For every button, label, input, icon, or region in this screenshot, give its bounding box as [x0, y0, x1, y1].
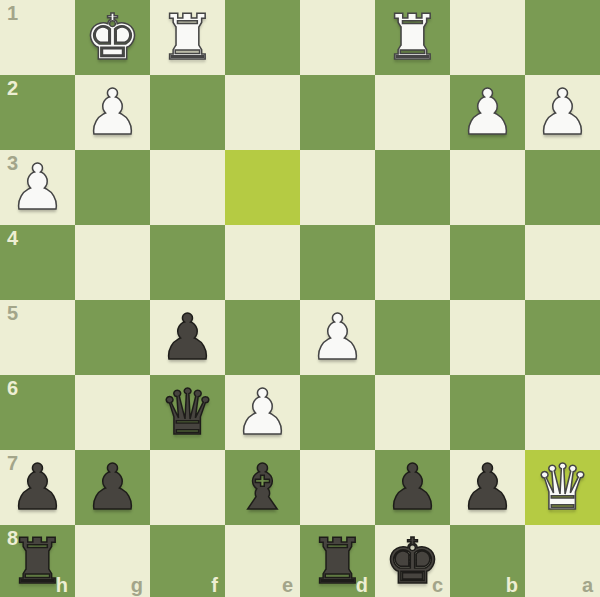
- black-rook[interactable]: ♜: [0, 525, 75, 597]
- square-b2[interactable]: ♟: [450, 75, 525, 150]
- square-f1[interactable]: ♜: [150, 0, 225, 75]
- square-f6[interactable]: ♛: [150, 375, 225, 450]
- square-b3[interactable]: [450, 150, 525, 225]
- square-d2[interactable]: [300, 75, 375, 150]
- square-g5[interactable]: [75, 300, 150, 375]
- rank-label-5: 5: [7, 302, 18, 324]
- square-g4[interactable]: [75, 225, 150, 300]
- square-c6[interactable]: [375, 375, 450, 450]
- black-queen[interactable]: ♛: [150, 375, 225, 450]
- square-c2[interactable]: [375, 75, 450, 150]
- square-b4[interactable]: [450, 225, 525, 300]
- square-c8[interactable]: c♚: [375, 525, 450, 597]
- square-g7[interactable]: ♟: [75, 450, 150, 525]
- white-pawn[interactable]: ♟: [300, 300, 375, 375]
- black-bishop[interactable]: ♝: [225, 450, 300, 525]
- square-h2[interactable]: 2: [0, 75, 75, 150]
- square-a8[interactable]: a: [525, 525, 600, 597]
- square-a6[interactable]: [525, 375, 600, 450]
- square-f5[interactable]: ♟: [150, 300, 225, 375]
- black-rook[interactable]: ♜: [300, 525, 375, 597]
- square-a4[interactable]: [525, 225, 600, 300]
- white-rook[interactable]: ♜: [375, 0, 450, 75]
- black-pawn[interactable]: ♟: [375, 450, 450, 525]
- black-pawn[interactable]: ♟: [0, 450, 75, 525]
- square-b7[interactable]: ♟: [450, 450, 525, 525]
- square-e4[interactable]: [225, 225, 300, 300]
- square-f8[interactable]: f: [150, 525, 225, 597]
- square-e7[interactable]: ♝: [225, 450, 300, 525]
- white-pawn[interactable]: ♟: [0, 150, 75, 225]
- square-e2[interactable]: [225, 75, 300, 150]
- square-e1[interactable]: [225, 0, 300, 75]
- square-c5[interactable]: [375, 300, 450, 375]
- black-king[interactable]: ♚: [375, 525, 450, 597]
- square-d4[interactable]: [300, 225, 375, 300]
- square-e6[interactable]: ♟: [225, 375, 300, 450]
- file-label-b: b: [506, 574, 518, 596]
- square-h7[interactable]: 7♟: [0, 450, 75, 525]
- white-pawn[interactable]: ♟: [225, 375, 300, 450]
- square-b5[interactable]: [450, 300, 525, 375]
- square-d8[interactable]: d♜: [300, 525, 375, 597]
- square-b1[interactable]: [450, 0, 525, 75]
- black-pawn[interactable]: ♟: [75, 450, 150, 525]
- square-f2[interactable]: [150, 75, 225, 150]
- square-h8[interactable]: 8h♜: [0, 525, 75, 597]
- square-d5[interactable]: ♟: [300, 300, 375, 375]
- square-e5[interactable]: [225, 300, 300, 375]
- square-g1[interactable]: ♚: [75, 0, 150, 75]
- white-pawn[interactable]: ♟: [450, 75, 525, 150]
- white-pawn[interactable]: ♟: [75, 75, 150, 150]
- rank-label-2: 2: [7, 77, 18, 99]
- white-queen[interactable]: ♛: [525, 450, 600, 525]
- square-c1[interactable]: ♜: [375, 0, 450, 75]
- square-a1[interactable]: [525, 0, 600, 75]
- square-e8[interactable]: e: [225, 525, 300, 597]
- square-g6[interactable]: [75, 375, 150, 450]
- square-d3[interactable]: [300, 150, 375, 225]
- square-a7[interactable]: ♛: [525, 450, 600, 525]
- square-d7[interactable]: [300, 450, 375, 525]
- file-label-f: f: [211, 574, 218, 596]
- square-h6[interactable]: 6: [0, 375, 75, 450]
- square-h1[interactable]: 1: [0, 0, 75, 75]
- white-king[interactable]: ♚: [75, 0, 150, 75]
- square-g8[interactable]: g: [75, 525, 150, 597]
- black-pawn[interactable]: ♟: [450, 450, 525, 525]
- square-h5[interactable]: 5: [0, 300, 75, 375]
- square-g3[interactable]: [75, 150, 150, 225]
- square-f3[interactable]: [150, 150, 225, 225]
- chess-board: 1♚♜♜2♟♟♟3♟45♟♟6♛♟7♟♟♝♟♟♛8h♜gfed♜c♚ba: [0, 0, 600, 597]
- rank-label-6: 6: [7, 377, 18, 399]
- square-f4[interactable]: [150, 225, 225, 300]
- square-d1[interactable]: [300, 0, 375, 75]
- square-a5[interactable]: [525, 300, 600, 375]
- white-pawn[interactable]: ♟: [525, 75, 600, 150]
- square-h4[interactable]: 4: [0, 225, 75, 300]
- square-b8[interactable]: b: [450, 525, 525, 597]
- rank-label-1: 1: [7, 2, 18, 24]
- square-c7[interactable]: ♟: [375, 450, 450, 525]
- square-e3[interactable]: [225, 150, 300, 225]
- square-c4[interactable]: [375, 225, 450, 300]
- square-g2[interactable]: ♟: [75, 75, 150, 150]
- rank-label-4: 4: [7, 227, 18, 249]
- square-f7[interactable]: [150, 450, 225, 525]
- square-a3[interactable]: [525, 150, 600, 225]
- file-label-g: g: [131, 574, 143, 596]
- square-h3[interactable]: 3♟: [0, 150, 75, 225]
- square-a2[interactable]: ♟: [525, 75, 600, 150]
- file-label-e: e: [282, 574, 293, 596]
- square-b6[interactable]: [450, 375, 525, 450]
- square-d6[interactable]: [300, 375, 375, 450]
- file-label-a: a: [582, 574, 593, 596]
- black-pawn[interactable]: ♟: [150, 300, 225, 375]
- square-c3[interactable]: [375, 150, 450, 225]
- white-rook[interactable]: ♜: [150, 0, 225, 75]
